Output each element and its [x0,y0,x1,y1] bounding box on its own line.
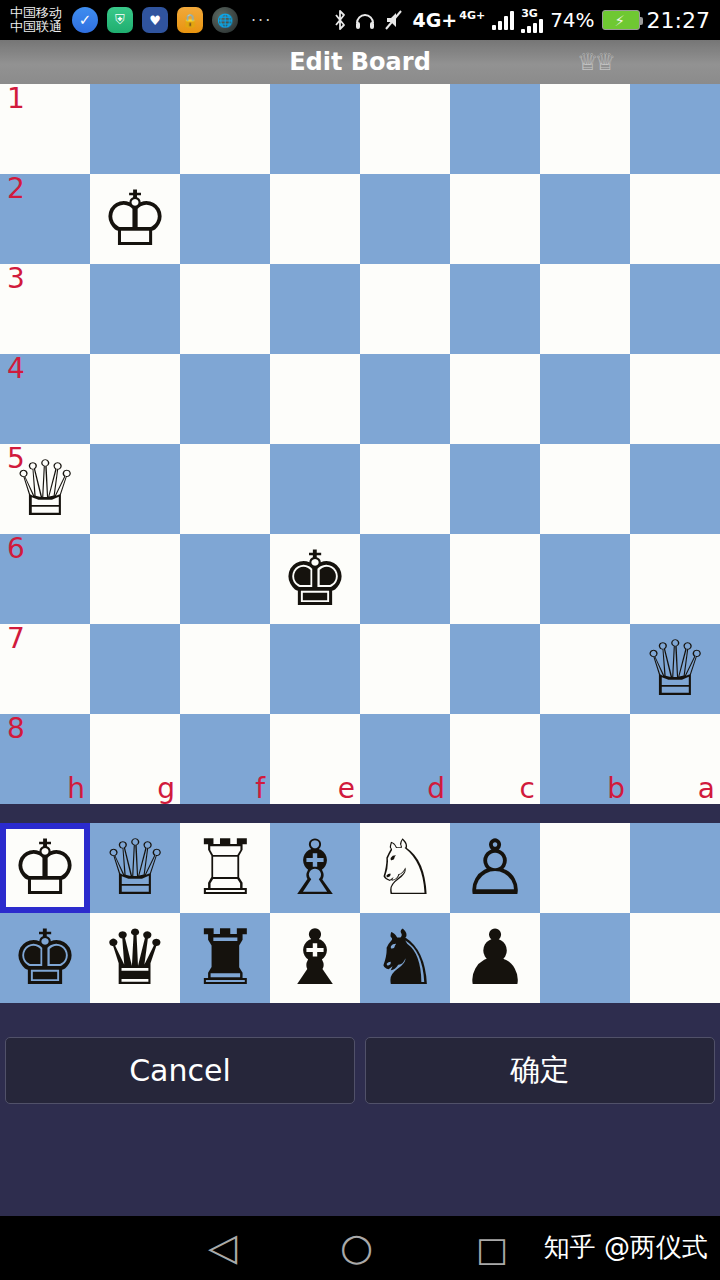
square-a4[interactable] [630,354,720,444]
square-c1[interactable] [450,84,540,174]
square-h4[interactable]: 4 [0,354,90,444]
square-c8[interactable]: c [450,714,540,804]
square-f4[interactable] [180,354,270,444]
palette-black-rook[interactable]: ♜ [180,913,270,1003]
badge-heart-icon: ♥ [142,7,168,33]
square-d3[interactable] [360,264,450,354]
network-3g-label: 3G [521,8,538,19]
square-f2[interactable] [180,174,270,264]
black-knight-glyph: ♞ [371,913,439,1003]
palette-white-knight[interactable]: ♘ [360,823,450,913]
square-g5[interactable] [90,444,180,534]
rank-label-8: 8 [7,712,25,745]
globe-icon: 🌐 [212,7,238,33]
file-label-f: f [255,772,265,805]
square-a2[interactable] [630,174,720,264]
rank-label-7: 7 [7,622,25,655]
charging-bolt-icon: ⚡ [615,12,626,30]
palette-black-pawn[interactable]: ♟ [450,913,540,1003]
square-c5[interactable] [450,444,540,534]
file-label-g: g [157,772,175,805]
rank-label-5: 5 [7,442,25,475]
square-a3[interactable] [630,264,720,354]
signal-bars-sim1 [492,10,514,30]
more-notifications-icon: ··· [251,11,272,30]
bluetooth-icon [333,9,347,31]
black-pawn-glyph: ♟ [461,913,529,1003]
black-king-glyph: ♚ [11,913,79,1003]
white-bishop-glyph: ♗ [281,823,349,913]
network-4g-indicator: 4G+ 4G+ [412,10,485,30]
status-indicators: 4G+ 4G+ 3G 74% ⚡ 21:27 [333,8,710,33]
square-f8[interactable]: f [180,714,270,804]
phone-screen: 中国移动 中国联通 ✓ ⛨ ♥ 🔒 🌐 ··· 4 [0,0,720,1280]
title-bar: Edit Board ♕♕ [0,40,720,84]
square-e8[interactable]: e [270,714,360,804]
file-label-e: e [338,772,355,805]
square-a7[interactable]: ♕ [630,624,720,714]
square-b3[interactable] [540,264,630,354]
square-h7[interactable]: 7 [0,624,90,714]
cancel-button[interactable]: Cancel [5,1037,355,1104]
square-g8[interactable]: g [90,714,180,804]
square-e3[interactable] [270,264,360,354]
android-nav-bar: ◁ ○ □ 知乎 @两仪式 [0,1216,720,1280]
piece-a7: ♕ [641,624,709,714]
square-f7[interactable] [180,624,270,714]
white-queen-glyph: ♕ [101,823,169,913]
queens-action-icon[interactable]: ♕♕ [577,48,612,76]
square-e6[interactable]: ♚ [270,534,360,624]
rank-label-6: 6 [7,532,25,565]
green-shield-icon: ⛨ [107,7,133,33]
piece-e6: ♚ [281,534,349,624]
rank-label-3: 3 [7,262,25,295]
square-f1[interactable] [180,84,270,174]
square-g2[interactable]: ♔ [90,174,180,264]
board-palette-divider [0,804,720,823]
square-e1[interactable] [270,84,360,174]
black-bishop-glyph: ♝ [281,913,349,1003]
file-label-c: c [520,772,535,805]
square-a6[interactable] [630,534,720,624]
square-d4[interactable] [360,354,450,444]
palette-black-king[interactable]: ♚ [0,913,90,1003]
square-a1[interactable] [630,84,720,174]
clock-label: 21:27 [647,8,710,33]
palette-black-knight[interactable]: ♞ [360,913,450,1003]
white-rook-glyph: ♖ [191,823,259,913]
network-4g-sup-label: 4G+ [459,10,485,21]
square-e4[interactable] [270,354,360,444]
square-f3[interactable] [180,264,270,354]
square-h5[interactable]: 5♕ [0,444,90,534]
palette-white-bishop[interactable]: ♗ [270,823,360,913]
square-d1[interactable] [360,84,450,174]
shield-check-icon: ✓ [72,7,98,33]
square-c3[interactable] [450,264,540,354]
square-c2[interactable] [450,174,540,264]
network-4g-label: 4G+ [412,10,457,30]
black-queen-glyph: ♛ [101,913,169,1003]
palette-white-rook[interactable]: ♖ [180,823,270,913]
square-h1[interactable]: 1 [0,84,90,174]
square-h2[interactable]: 2 [0,174,90,264]
palette-empty-cell[interactable] [630,823,720,913]
square-b8[interactable]: b [540,714,630,804]
rank-label-4: 4 [7,352,25,385]
square-e2[interactable] [270,174,360,264]
square-g4[interactable] [90,354,180,444]
square-h6[interactable]: 6 [0,534,90,624]
battery-icon: ⚡ [602,10,640,30]
square-b6[interactable] [540,534,630,624]
square-a5[interactable] [630,444,720,534]
square-b5[interactable] [540,444,630,534]
rank-label-2: 2 [7,172,25,205]
mute-icon [383,9,405,31]
square-f6[interactable] [180,534,270,624]
square-d5[interactable] [360,444,450,534]
square-b4[interactable] [540,354,630,444]
page-title: Edit Board [289,48,431,76]
lock-app-icon: 🔒 [177,7,203,33]
palette-white-pawn[interactable]: ♙ [450,823,540,913]
network-3g-indicator: 3G [521,8,543,33]
rank-label-1: 1 [7,82,25,115]
recents-icon[interactable]: □ [476,1226,508,1272]
file-label-d: d [427,772,445,805]
palette-white-queen[interactable]: ♕ [90,823,180,913]
headset-icon [354,9,376,31]
palette-empty-cell[interactable] [630,913,720,1003]
square-d8[interactable]: d [360,714,450,804]
square-c7[interactable] [450,624,540,714]
square-b2[interactable] [540,174,630,264]
file-label-h: h [67,772,85,805]
piece-palette: ♔♕♖♗♘♙♚♛♜♝♞♟ [0,823,720,1003]
square-b7[interactable] [540,624,630,714]
white-king-glyph: ♔ [11,823,79,913]
square-c4[interactable] [450,354,540,444]
white-pawn-glyph: ♙ [461,823,529,913]
square-e5[interactable] [270,444,360,534]
square-c6[interactable] [450,534,540,624]
carrier-line2: 中国联通 [10,20,62,34]
piece-g2: ♔ [101,174,169,264]
notification-icons: ✓ ⛨ ♥ 🔒 🌐 ··· [72,7,272,33]
palette-empty-cell[interactable] [540,913,630,1003]
signal-bars-sim2 [521,19,543,33]
black-rook-glyph: ♜ [191,913,259,1003]
square-f5[interactable] [180,444,270,534]
carrier-line1: 中国移动 [10,6,62,20]
square-d2[interactable] [360,174,450,264]
square-h3[interactable]: 3 [0,264,90,354]
chess-board: 12♔345♕6♚7♕8hgfedcba [0,84,720,804]
confirm-button[interactable]: 确定 [365,1037,715,1104]
palette-empty-cell[interactable] [540,823,630,913]
back-icon[interactable]: ◁ [208,1224,237,1270]
file-label-a: a [698,772,715,805]
square-a8[interactable]: a [630,714,720,804]
battery-percent-label: 74% [550,8,594,32]
palette-black-queen[interactable]: ♛ [90,913,180,1003]
carrier-labels: 中国移动 中国联通 [10,6,62,34]
palette-black-bishop[interactable]: ♝ [270,913,360,1003]
home-icon[interactable]: ○ [340,1224,373,1270]
status-bar: 中国移动 中国联通 ✓ ⛨ ♥ 🔒 🌐 ··· 4 [0,0,720,40]
square-g3[interactable] [90,264,180,354]
file-label-b: b [607,772,625,805]
square-g6[interactable] [90,534,180,624]
square-g7[interactable] [90,624,180,714]
square-h8[interactable]: 8h [0,714,90,804]
square-d7[interactable] [360,624,450,714]
watermark-label: 知乎 @两仪式 [544,1230,708,1265]
square-b1[interactable] [540,84,630,174]
square-d6[interactable] [360,534,450,624]
action-button-area: Cancel 确定 [0,1003,720,1216]
white-knight-glyph: ♘ [371,823,439,913]
square-g1[interactable] [90,84,180,174]
palette-white-king[interactable]: ♔ [0,823,90,913]
square-e7[interactable] [270,624,360,714]
